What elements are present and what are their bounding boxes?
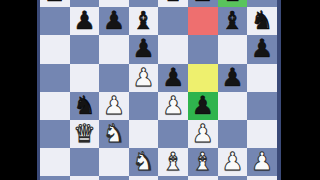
square-b1[interactable] xyxy=(70,176,100,180)
square-d3[interactable] xyxy=(129,120,159,148)
square-a1[interactable] xyxy=(40,176,70,180)
square-a6[interactable] xyxy=(40,35,70,63)
square-d2[interactable]: ♞ xyxy=(129,148,159,176)
white-pawn-c4: ♟ xyxy=(103,92,125,120)
square-h5[interactable] xyxy=(247,64,277,92)
square-a7[interactable] xyxy=(40,7,70,35)
white-pawn-h2: ♟ xyxy=(251,148,273,176)
white-knight-d2: ♞ xyxy=(132,148,154,176)
square-f5-yellow-highlight[interactable] xyxy=(188,64,218,92)
square-c3[interactable]: ♞ xyxy=(99,120,129,148)
square-g3[interactable] xyxy=(218,120,248,148)
square-e8[interactable]: ♛ xyxy=(158,0,188,7)
square-b7[interactable]: ♟ xyxy=(70,7,100,35)
square-c1[interactable] xyxy=(99,176,129,180)
white-bishop-f2: ♝ xyxy=(192,148,214,176)
square-e6[interactable] xyxy=(158,35,188,63)
square-b6[interactable] xyxy=(70,35,100,63)
square-e1[interactable] xyxy=(158,176,188,180)
square-a2[interactable] xyxy=(40,148,70,176)
video-frame: ♜♛♜♚♟♟♝♝♞♟♟♟♟♟♞♟♟♟♛♞♟♞♝♝♟♟ xyxy=(0,0,320,180)
square-g5[interactable]: ♟ xyxy=(218,64,248,92)
white-pawn-d5: ♟ xyxy=(132,64,154,92)
square-g8-green-highlight[interactable]: ♚ xyxy=(218,0,248,7)
white-pawn-g2: ♟ xyxy=(221,148,243,176)
square-a3[interactable] xyxy=(40,120,70,148)
square-b3[interactable]: ♛ xyxy=(70,120,100,148)
square-a4[interactable] xyxy=(40,92,70,120)
square-e7[interactable] xyxy=(158,7,188,35)
square-g6[interactable] xyxy=(218,35,248,63)
white-pawn-f3: ♟ xyxy=(192,120,214,148)
square-b5[interactable] xyxy=(70,64,100,92)
square-g7[interactable]: ♝ xyxy=(218,7,248,35)
square-b8[interactable] xyxy=(70,0,100,7)
square-c8[interactable] xyxy=(99,0,129,7)
white-queen-b3: ♛ xyxy=(73,120,95,148)
black-bishop-d7: ♝ xyxy=(132,7,154,35)
square-e3[interactable] xyxy=(158,120,188,148)
square-b2[interactable] xyxy=(70,148,100,176)
chess-board: ♜♛♜♚♟♟♝♝♞♟♟♟♟♟♞♟♟♟♛♞♟♞♝♝♟♟ xyxy=(37,0,281,180)
square-d7[interactable]: ♝ xyxy=(129,7,159,35)
black-pawn-e5: ♟ xyxy=(162,64,184,92)
square-f8[interactable]: ♜ xyxy=(188,0,218,7)
square-f4-green-highlight[interactable]: ♟ xyxy=(188,92,218,120)
square-d5[interactable]: ♟ xyxy=(129,64,159,92)
square-c6[interactable] xyxy=(99,35,129,63)
square-c2[interactable] xyxy=(99,148,129,176)
square-e4[interactable]: ♟ xyxy=(158,92,188,120)
black-pawn-b7: ♟ xyxy=(73,7,95,35)
square-a8[interactable]: ♜ xyxy=(40,0,70,7)
square-c5[interactable] xyxy=(99,64,129,92)
square-g1[interactable] xyxy=(218,176,248,180)
square-g2[interactable]: ♟ xyxy=(218,148,248,176)
black-pawn-g5: ♟ xyxy=(221,64,243,92)
square-h2[interactable]: ♟ xyxy=(247,148,277,176)
board-grid: ♜♛♜♚♟♟♝♝♞♟♟♟♟♟♞♟♟♟♛♞♟♞♝♝♟♟ xyxy=(40,0,277,180)
square-f6[interactable] xyxy=(188,35,218,63)
black-pawn-f4: ♟ xyxy=(192,92,214,120)
black-king-g8: ♚ xyxy=(221,0,243,7)
square-g4[interactable] xyxy=(218,92,248,120)
square-a5[interactable] xyxy=(40,64,70,92)
square-h7[interactable]: ♞ xyxy=(247,7,277,35)
white-pawn-e4: ♟ xyxy=(162,92,184,120)
black-pawn-c7: ♟ xyxy=(103,7,125,35)
black-pawn-d6: ♟ xyxy=(132,35,154,63)
black-queen-e8: ♛ xyxy=(162,0,184,7)
black-pawn-h6: ♟ xyxy=(251,35,273,63)
black-bishop-g7: ♝ xyxy=(221,7,243,35)
square-c7[interactable]: ♟ xyxy=(99,7,129,35)
square-h6[interactable]: ♟ xyxy=(247,35,277,63)
square-d4[interactable] xyxy=(129,92,159,120)
white-knight-c3: ♞ xyxy=(103,120,125,148)
square-b4[interactable]: ♞ xyxy=(70,92,100,120)
square-d1[interactable] xyxy=(129,176,159,180)
square-h3[interactable] xyxy=(247,120,277,148)
square-d8[interactable] xyxy=(129,0,159,7)
square-f3[interactable]: ♟ xyxy=(188,120,218,148)
square-h8[interactable] xyxy=(247,0,277,7)
square-c4[interactable]: ♟ xyxy=(99,92,129,120)
black-knight-b4: ♞ xyxy=(73,92,95,120)
square-f7-red-highlight[interactable] xyxy=(188,7,218,35)
square-e2[interactable]: ♝ xyxy=(158,148,188,176)
black-knight-h7: ♞ xyxy=(251,7,273,35)
square-f1[interactable] xyxy=(188,176,218,180)
square-h1[interactable] xyxy=(247,176,277,180)
white-bishop-e2: ♝ xyxy=(162,148,184,176)
black-rook-a8: ♜ xyxy=(44,0,66,7)
square-h4[interactable] xyxy=(247,92,277,120)
black-rook-f8: ♜ xyxy=(192,0,214,7)
square-d6[interactable]: ♟ xyxy=(129,35,159,63)
square-e5[interactable]: ♟ xyxy=(158,64,188,92)
square-f2[interactable]: ♝ xyxy=(188,148,218,176)
